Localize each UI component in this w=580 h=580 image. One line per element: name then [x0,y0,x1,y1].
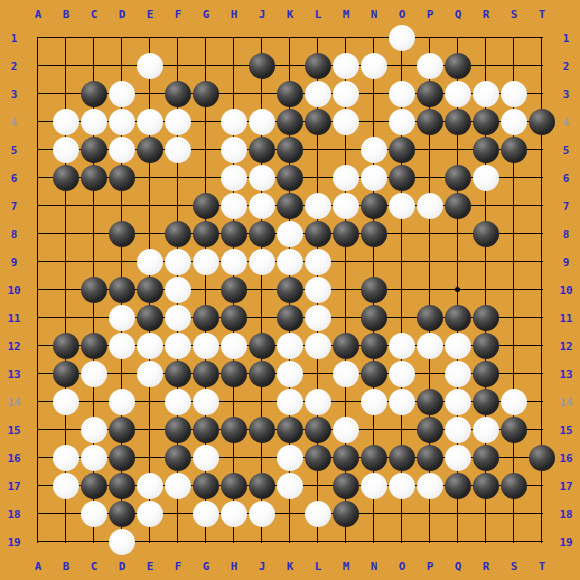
intersection-E10[interactable] [136,276,164,304]
intersection-J8[interactable] [248,220,276,248]
intersection-Q6[interactable] [444,164,472,192]
intersection-G14[interactable] [192,388,220,416]
intersection-Q10[interactable] [444,276,472,304]
intersection-N15[interactable] [360,416,388,444]
intersection-S4[interactable] [500,108,528,136]
intersection-B5[interactable] [52,136,80,164]
intersection-E1[interactable] [136,24,164,52]
intersection-A17[interactable] [24,472,52,500]
intersection-O17[interactable] [388,472,416,500]
intersection-J3[interactable] [248,80,276,108]
intersection-S16[interactable] [500,444,528,472]
intersection-Q1[interactable] [444,24,472,52]
intersection-J4[interactable] [248,108,276,136]
intersection-F14[interactable] [164,388,192,416]
intersection-J16[interactable] [248,444,276,472]
intersection-A16[interactable] [24,444,52,472]
intersection-N7[interactable] [360,192,388,220]
intersection-C11[interactable] [80,304,108,332]
intersection-K10[interactable] [276,276,304,304]
intersection-A8[interactable] [24,220,52,248]
intersection-S6[interactable] [500,164,528,192]
intersection-R8[interactable] [472,220,500,248]
intersection-J1[interactable] [248,24,276,52]
intersection-G5[interactable] [192,136,220,164]
intersection-R3[interactable] [472,80,500,108]
intersection-L5[interactable] [304,136,332,164]
intersection-R18[interactable] [472,500,500,528]
intersection-C3[interactable] [80,80,108,108]
intersection-D17[interactable] [108,472,136,500]
intersection-M8[interactable] [332,220,360,248]
intersection-M14[interactable] [332,388,360,416]
intersection-L8[interactable] [304,220,332,248]
intersection-O6[interactable] [388,164,416,192]
intersection-B1[interactable] [52,24,80,52]
intersection-C8[interactable] [80,220,108,248]
intersection-L14[interactable] [304,388,332,416]
intersection-N9[interactable] [360,248,388,276]
intersection-A6[interactable] [24,164,52,192]
intersection-O5[interactable] [388,136,416,164]
intersection-D4[interactable] [108,108,136,136]
intersection-M7[interactable] [332,192,360,220]
intersection-K6[interactable] [276,164,304,192]
intersection-N16[interactable] [360,444,388,472]
intersection-Q9[interactable] [444,248,472,276]
intersection-J14[interactable] [248,388,276,416]
intersection-C2[interactable] [80,52,108,80]
intersection-H18[interactable] [220,500,248,528]
intersection-H6[interactable] [220,164,248,192]
intersection-D3[interactable] [108,80,136,108]
intersection-L18[interactable] [304,500,332,528]
intersection-Q8[interactable] [444,220,472,248]
intersection-B17[interactable] [52,472,80,500]
intersection-K8[interactable] [276,220,304,248]
intersection-T19[interactable] [528,528,556,556]
intersection-P15[interactable] [416,416,444,444]
intersection-R6[interactable] [472,164,500,192]
intersection-S9[interactable] [500,248,528,276]
intersection-G3[interactable] [192,80,220,108]
intersection-O18[interactable] [388,500,416,528]
intersection-K15[interactable] [276,416,304,444]
intersection-A1[interactable] [24,24,52,52]
intersection-N3[interactable] [360,80,388,108]
intersection-D19[interactable] [108,528,136,556]
intersection-L16[interactable] [304,444,332,472]
intersection-P1[interactable] [416,24,444,52]
intersection-P5[interactable] [416,136,444,164]
intersection-Q12[interactable] [444,332,472,360]
intersection-P2[interactable] [416,52,444,80]
intersection-H2[interactable] [220,52,248,80]
intersection-R19[interactable] [472,528,500,556]
intersection-O8[interactable] [388,220,416,248]
intersection-C17[interactable] [80,472,108,500]
intersection-K2[interactable] [276,52,304,80]
intersection-S8[interactable] [500,220,528,248]
intersection-L11[interactable] [304,304,332,332]
intersection-K9[interactable] [276,248,304,276]
intersection-F9[interactable] [164,248,192,276]
intersection-Q2[interactable] [444,52,472,80]
intersection-A7[interactable] [24,192,52,220]
intersection-P16[interactable] [416,444,444,472]
intersection-B4[interactable] [52,108,80,136]
intersection-O15[interactable] [388,416,416,444]
intersection-P8[interactable] [416,220,444,248]
intersection-M11[interactable] [332,304,360,332]
intersection-F7[interactable] [164,192,192,220]
intersection-S17[interactable] [500,472,528,500]
intersection-J19[interactable] [248,528,276,556]
intersection-S18[interactable] [500,500,528,528]
intersection-H10[interactable] [220,276,248,304]
intersection-B11[interactable] [52,304,80,332]
intersection-H4[interactable] [220,108,248,136]
intersection-N2[interactable] [360,52,388,80]
intersection-E11[interactable] [136,304,164,332]
intersection-R15[interactable] [472,416,500,444]
intersection-D9[interactable] [108,248,136,276]
intersection-L4[interactable] [304,108,332,136]
intersection-P7[interactable] [416,192,444,220]
intersection-C16[interactable] [80,444,108,472]
intersection-A12[interactable] [24,332,52,360]
intersection-G7[interactable] [192,192,220,220]
intersection-A2[interactable] [24,52,52,80]
intersection-S12[interactable] [500,332,528,360]
intersection-J12[interactable] [248,332,276,360]
intersection-Q15[interactable] [444,416,472,444]
intersection-B13[interactable] [52,360,80,388]
intersection-E9[interactable] [136,248,164,276]
intersection-O13[interactable] [388,360,416,388]
intersection-E14[interactable] [136,388,164,416]
intersection-E17[interactable] [136,472,164,500]
intersection-H16[interactable] [220,444,248,472]
intersection-Q19[interactable] [444,528,472,556]
intersection-C6[interactable] [80,164,108,192]
intersection-G6[interactable] [192,164,220,192]
intersection-T5[interactable] [528,136,556,164]
intersection-B8[interactable] [52,220,80,248]
intersection-Q11[interactable] [444,304,472,332]
intersection-H15[interactable] [220,416,248,444]
intersection-S3[interactable] [500,80,528,108]
intersection-O11[interactable] [388,304,416,332]
intersection-P19[interactable] [416,528,444,556]
intersection-G10[interactable] [192,276,220,304]
intersection-L15[interactable] [304,416,332,444]
intersection-L3[interactable] [304,80,332,108]
intersection-K18[interactable] [276,500,304,528]
intersection-P13[interactable] [416,360,444,388]
intersection-E4[interactable] [136,108,164,136]
intersection-L9[interactable] [304,248,332,276]
intersection-T12[interactable] [528,332,556,360]
intersection-B16[interactable] [52,444,80,472]
intersection-G4[interactable] [192,108,220,136]
intersection-B6[interactable] [52,164,80,192]
intersection-N6[interactable] [360,164,388,192]
intersection-H8[interactable] [220,220,248,248]
intersection-R10[interactable] [472,276,500,304]
intersection-H13[interactable] [220,360,248,388]
intersection-E18[interactable] [136,500,164,528]
intersection-S2[interactable] [500,52,528,80]
intersection-O19[interactable] [388,528,416,556]
intersection-L17[interactable] [304,472,332,500]
intersection-K7[interactable] [276,192,304,220]
intersection-D1[interactable] [108,24,136,52]
intersection-F3[interactable] [164,80,192,108]
intersection-S1[interactable] [500,24,528,52]
intersection-Q13[interactable] [444,360,472,388]
intersection-Q3[interactable] [444,80,472,108]
intersection-T7[interactable] [528,192,556,220]
intersection-R7[interactable] [472,192,500,220]
intersection-K11[interactable] [276,304,304,332]
intersection-M2[interactable] [332,52,360,80]
intersection-S13[interactable] [500,360,528,388]
intersection-E19[interactable] [136,528,164,556]
intersection-N1[interactable] [360,24,388,52]
intersection-A10[interactable] [24,276,52,304]
intersection-E7[interactable] [136,192,164,220]
intersection-A4[interactable] [24,108,52,136]
intersection-R16[interactable] [472,444,500,472]
intersection-D10[interactable] [108,276,136,304]
intersection-P11[interactable] [416,304,444,332]
intersection-F5[interactable] [164,136,192,164]
intersection-K1[interactable] [276,24,304,52]
intersection-K14[interactable] [276,388,304,416]
intersection-F15[interactable] [164,416,192,444]
intersection-R12[interactable] [472,332,500,360]
intersection-H7[interactable] [220,192,248,220]
intersection-A9[interactable] [24,248,52,276]
intersection-F8[interactable] [164,220,192,248]
intersection-T13[interactable] [528,360,556,388]
intersection-S15[interactable] [500,416,528,444]
intersection-H9[interactable] [220,248,248,276]
intersection-J9[interactable] [248,248,276,276]
intersection-D12[interactable] [108,332,136,360]
intersection-T14[interactable] [528,388,556,416]
intersection-T3[interactable] [528,80,556,108]
intersection-H14[interactable] [220,388,248,416]
intersection-K17[interactable] [276,472,304,500]
intersection-E3[interactable] [136,80,164,108]
intersection-C15[interactable] [80,416,108,444]
intersection-H12[interactable] [220,332,248,360]
intersection-R1[interactable] [472,24,500,52]
intersection-B2[interactable] [52,52,80,80]
intersection-A15[interactable] [24,416,52,444]
intersection-J11[interactable] [248,304,276,332]
intersection-Q18[interactable] [444,500,472,528]
intersection-C10[interactable] [80,276,108,304]
intersection-F12[interactable] [164,332,192,360]
intersection-K5[interactable] [276,136,304,164]
intersection-K3[interactable] [276,80,304,108]
intersection-N8[interactable] [360,220,388,248]
intersection-N11[interactable] [360,304,388,332]
intersection-C18[interactable] [80,500,108,528]
intersection-C5[interactable] [80,136,108,164]
intersection-J18[interactable] [248,500,276,528]
intersection-M3[interactable] [332,80,360,108]
intersection-F1[interactable] [164,24,192,52]
intersection-J6[interactable] [248,164,276,192]
intersection-P14[interactable] [416,388,444,416]
intersection-M4[interactable] [332,108,360,136]
intersection-E2[interactable] [136,52,164,80]
intersection-F19[interactable] [164,528,192,556]
intersection-S7[interactable] [500,192,528,220]
intersection-A18[interactable] [24,500,52,528]
intersection-G11[interactable] [192,304,220,332]
intersection-G16[interactable] [192,444,220,472]
intersection-M9[interactable] [332,248,360,276]
intersection-T10[interactable] [528,276,556,304]
intersection-N10[interactable] [360,276,388,304]
intersection-T2[interactable] [528,52,556,80]
intersection-C4[interactable] [80,108,108,136]
intersection-T18[interactable] [528,500,556,528]
intersection-E5[interactable] [136,136,164,164]
intersection-M6[interactable] [332,164,360,192]
intersection-D11[interactable] [108,304,136,332]
intersection-F16[interactable] [164,444,192,472]
intersection-H19[interactable] [220,528,248,556]
intersection-D8[interactable] [108,220,136,248]
intersection-K13[interactable] [276,360,304,388]
intersection-J5[interactable] [248,136,276,164]
intersection-J13[interactable] [248,360,276,388]
intersection-T15[interactable] [528,416,556,444]
intersection-K16[interactable] [276,444,304,472]
intersection-O9[interactable] [388,248,416,276]
intersection-T17[interactable] [528,472,556,500]
intersection-S19[interactable] [500,528,528,556]
intersection-M10[interactable] [332,276,360,304]
intersection-A5[interactable] [24,136,52,164]
intersection-S5[interactable] [500,136,528,164]
intersection-O12[interactable] [388,332,416,360]
intersection-G12[interactable] [192,332,220,360]
intersection-Q17[interactable] [444,472,472,500]
intersection-P18[interactable] [416,500,444,528]
intersection-J17[interactable] [248,472,276,500]
intersection-D15[interactable] [108,416,136,444]
intersection-C14[interactable] [80,388,108,416]
intersection-A3[interactable] [24,80,52,108]
intersection-N18[interactable] [360,500,388,528]
intersection-R13[interactable] [472,360,500,388]
intersection-E12[interactable] [136,332,164,360]
intersection-B19[interactable] [52,528,80,556]
intersection-M5[interactable] [332,136,360,164]
intersection-L13[interactable] [304,360,332,388]
intersection-H17[interactable] [220,472,248,500]
intersection-R17[interactable] [472,472,500,500]
intersection-M16[interactable] [332,444,360,472]
intersection-N5[interactable] [360,136,388,164]
intersection-B3[interactable] [52,80,80,108]
intersection-T4[interactable] [528,108,556,136]
intersection-R9[interactable] [472,248,500,276]
intersection-M1[interactable] [332,24,360,52]
intersection-Q14[interactable] [444,388,472,416]
intersection-M18[interactable] [332,500,360,528]
intersection-D2[interactable] [108,52,136,80]
intersection-D18[interactable] [108,500,136,528]
intersection-H5[interactable] [220,136,248,164]
intersection-F4[interactable] [164,108,192,136]
intersection-G1[interactable] [192,24,220,52]
intersection-B14[interactable] [52,388,80,416]
intersection-G13[interactable] [192,360,220,388]
intersection-O3[interactable] [388,80,416,108]
intersection-L19[interactable] [304,528,332,556]
intersection-R5[interactable] [472,136,500,164]
intersection-L12[interactable] [304,332,332,360]
intersection-C9[interactable] [80,248,108,276]
intersection-A11[interactable] [24,304,52,332]
intersection-G18[interactable] [192,500,220,528]
intersection-P17[interactable] [416,472,444,500]
intersection-R4[interactable] [472,108,500,136]
intersection-S11[interactable] [500,304,528,332]
intersection-O7[interactable] [388,192,416,220]
intersection-G17[interactable] [192,472,220,500]
intersection-M15[interactable] [332,416,360,444]
intersection-O2[interactable] [388,52,416,80]
intersection-P9[interactable] [416,248,444,276]
intersection-F6[interactable] [164,164,192,192]
intersection-R2[interactable] [472,52,500,80]
intersection-Q7[interactable] [444,192,472,220]
intersection-M12[interactable] [332,332,360,360]
intersection-E16[interactable] [136,444,164,472]
intersection-C12[interactable] [80,332,108,360]
intersection-P10[interactable] [416,276,444,304]
intersection-M17[interactable] [332,472,360,500]
intersection-D5[interactable] [108,136,136,164]
intersection-B7[interactable] [52,192,80,220]
intersection-E8[interactable] [136,220,164,248]
intersection-O1[interactable] [388,24,416,52]
intersection-S14[interactable] [500,388,528,416]
intersection-L1[interactable] [304,24,332,52]
intersection-R14[interactable] [472,388,500,416]
intersection-G15[interactable] [192,416,220,444]
intersection-A19[interactable] [24,528,52,556]
intersection-L10[interactable] [304,276,332,304]
intersection-G9[interactable] [192,248,220,276]
intersection-S10[interactable] [500,276,528,304]
intersection-J2[interactable] [248,52,276,80]
intersection-T6[interactable] [528,164,556,192]
intersection-C1[interactable] [80,24,108,52]
intersection-G8[interactable] [192,220,220,248]
intersection-P4[interactable] [416,108,444,136]
intersection-E15[interactable] [136,416,164,444]
